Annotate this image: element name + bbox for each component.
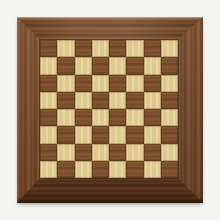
square-r8c7[interactable] bbox=[144, 161, 161, 178]
square-r1c6[interactable] bbox=[126, 40, 143, 57]
square-r8c2[interactable] bbox=[57, 161, 74, 178]
square-r7c1[interactable] bbox=[40, 144, 57, 161]
square-r7c3[interactable] bbox=[75, 144, 92, 161]
square-r6c6[interactable] bbox=[126, 126, 143, 143]
square-r2c1[interactable] bbox=[40, 57, 57, 74]
square-r6c8[interactable] bbox=[161, 126, 178, 143]
square-r5c8[interactable] bbox=[161, 109, 178, 126]
square-r6c1[interactable] bbox=[40, 126, 57, 143]
square-r6c5[interactable] bbox=[109, 126, 126, 143]
square-r6c3[interactable] bbox=[75, 126, 92, 143]
square-r4c2[interactable] bbox=[57, 92, 74, 109]
square-r7c4[interactable] bbox=[92, 144, 109, 161]
square-r6c7[interactable] bbox=[144, 126, 161, 143]
square-r5c4[interactable] bbox=[92, 109, 109, 126]
square-r3c5[interactable] bbox=[109, 75, 126, 92]
square-r8c6[interactable] bbox=[126, 161, 143, 178]
square-r1c7[interactable] bbox=[144, 40, 161, 57]
square-r3c2[interactable] bbox=[57, 75, 74, 92]
square-r1c8[interactable] bbox=[161, 40, 178, 57]
square-r7c7[interactable] bbox=[144, 144, 161, 161]
square-r2c2[interactable] bbox=[57, 57, 74, 74]
square-r4c4[interactable] bbox=[92, 92, 109, 109]
square-r2c6[interactable] bbox=[126, 57, 143, 74]
square-r7c6[interactable] bbox=[126, 144, 143, 161]
square-r3c8[interactable] bbox=[161, 75, 178, 92]
square-r8c1[interactable] bbox=[40, 161, 57, 178]
square-r1c4[interactable] bbox=[92, 40, 109, 57]
square-r5c5[interactable] bbox=[109, 109, 126, 126]
square-r6c4[interactable] bbox=[92, 126, 109, 143]
square-r3c6[interactable] bbox=[126, 75, 143, 92]
square-r5c6[interactable] bbox=[126, 109, 143, 126]
square-r1c1[interactable] bbox=[40, 40, 57, 57]
square-r2c4[interactable] bbox=[92, 57, 109, 74]
square-r6c2[interactable] bbox=[57, 126, 74, 143]
square-r2c7[interactable] bbox=[144, 57, 161, 74]
square-r4c1[interactable] bbox=[40, 92, 57, 109]
square-r2c5[interactable] bbox=[109, 57, 126, 74]
square-r3c7[interactable] bbox=[144, 75, 161, 92]
square-r4c8[interactable] bbox=[161, 92, 178, 109]
square-r7c5[interactable] bbox=[109, 144, 126, 161]
square-r8c3[interactable] bbox=[75, 161, 92, 178]
square-r7c8[interactable] bbox=[161, 144, 178, 161]
square-r8c8[interactable] bbox=[161, 161, 178, 178]
square-r7c2[interactable] bbox=[57, 144, 74, 161]
square-r8c4[interactable] bbox=[92, 161, 109, 178]
board-squares bbox=[40, 40, 178, 178]
product-photo-background bbox=[0, 0, 220, 220]
square-r3c4[interactable] bbox=[92, 75, 109, 92]
square-r5c2[interactable] bbox=[57, 109, 74, 126]
square-r4c3[interactable] bbox=[75, 92, 92, 109]
square-r5c1[interactable] bbox=[40, 109, 57, 126]
square-r5c7[interactable] bbox=[144, 109, 161, 126]
square-r2c3[interactable] bbox=[75, 57, 92, 74]
square-r1c5[interactable] bbox=[109, 40, 126, 57]
square-r4c6[interactable] bbox=[126, 92, 143, 109]
square-r1c3[interactable] bbox=[75, 40, 92, 57]
square-r2c8[interactable] bbox=[161, 57, 178, 74]
square-r3c1[interactable] bbox=[40, 75, 57, 92]
square-r3c3[interactable] bbox=[75, 75, 92, 92]
square-r4c5[interactable] bbox=[109, 92, 126, 109]
chess-board bbox=[17, 17, 203, 203]
square-r8c5[interactable] bbox=[109, 161, 126, 178]
square-r4c7[interactable] bbox=[144, 92, 161, 109]
square-r5c3[interactable] bbox=[75, 109, 92, 126]
square-r1c2[interactable] bbox=[57, 40, 74, 57]
